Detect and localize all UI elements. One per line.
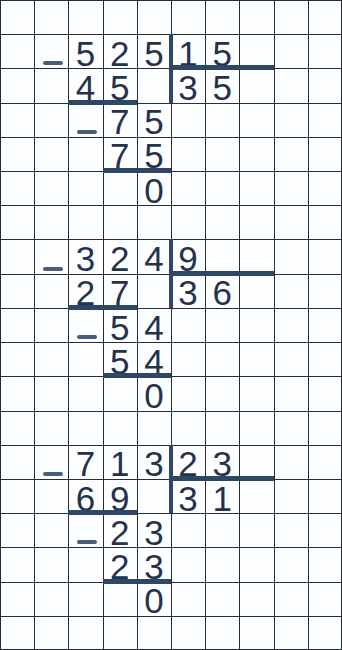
- subtraction-underline: [68, 305, 136, 310]
- minus-sign: [77, 540, 97, 544]
- digit-cell: 7: [103, 104, 137, 138]
- digit-cell: 2: [103, 36, 137, 70]
- digit-cell: 3: [171, 480, 205, 514]
- minus-sign: [43, 472, 63, 476]
- digit-cell: 3: [68, 241, 102, 275]
- digit-cell: 3: [137, 515, 171, 549]
- digit-cell: 3: [171, 70, 205, 104]
- digit-cell: 2: [103, 515, 137, 549]
- digit-cell: 6: [205, 275, 239, 309]
- digit-cell: 5: [68, 36, 102, 70]
- subtraction-underline: [68, 510, 136, 515]
- subtraction-underline: [103, 168, 171, 173]
- division-bracket-horizontal-line: [171, 271, 274, 276]
- division-bracket-horizontal-line: [171, 476, 274, 481]
- minus-sign: [77, 335, 97, 339]
- digit-cell: 5: [137, 104, 171, 138]
- digit-cell: 0: [137, 378, 171, 412]
- minus-sign: [43, 61, 63, 65]
- subtraction-underline: [103, 373, 171, 378]
- subtraction-underline: [68, 100, 136, 105]
- digit-cell: 2: [103, 241, 137, 275]
- digit-cell: 4: [137, 309, 171, 343]
- digit-cell: 1: [205, 480, 239, 514]
- minus-sign: [43, 267, 63, 271]
- digit-cell: 3: [137, 446, 171, 480]
- minus-sign: [77, 130, 97, 134]
- subtraction-underline: [103, 579, 171, 584]
- digit-cell: 0: [137, 583, 171, 617]
- digit-cell: 7: [68, 446, 102, 480]
- digit-cell: 4: [137, 241, 171, 275]
- digit-cell: 1: [103, 446, 137, 480]
- digit-cell: 0: [137, 173, 171, 207]
- squared-paper-worksheet: 5251545357575032492736545407132369312323…: [0, 0, 342, 650]
- digit-cell: 5: [103, 309, 137, 343]
- division-bracket-horizontal-line: [171, 65, 274, 70]
- digit-cell: 5: [205, 70, 239, 104]
- digit-cell: 3: [171, 275, 205, 309]
- digit-cell: 5: [137, 36, 171, 70]
